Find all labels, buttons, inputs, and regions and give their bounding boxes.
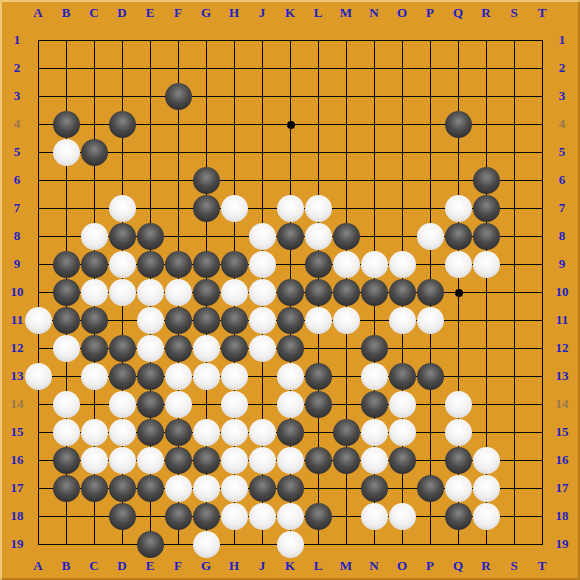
intersection[interactable] (472, 474, 500, 502)
intersection[interactable] (472, 54, 500, 82)
intersection[interactable] (388, 250, 416, 278)
intersection[interactable] (52, 194, 80, 222)
intersection[interactable] (192, 110, 220, 138)
intersection[interactable] (332, 334, 360, 362)
intersection[interactable] (276, 278, 304, 306)
intersection[interactable] (500, 362, 528, 390)
intersection[interactable] (304, 250, 332, 278)
intersection[interactable] (248, 82, 276, 110)
intersection[interactable] (220, 194, 248, 222)
intersection[interactable] (80, 166, 108, 194)
intersection[interactable] (108, 418, 136, 446)
intersection[interactable] (304, 26, 332, 54)
intersection[interactable] (444, 362, 472, 390)
intersection[interactable] (108, 166, 136, 194)
intersection[interactable] (416, 138, 444, 166)
intersection[interactable] (444, 110, 472, 138)
intersection[interactable] (360, 502, 388, 530)
intersection[interactable] (472, 390, 500, 418)
intersection[interactable] (248, 54, 276, 82)
intersection[interactable] (108, 334, 136, 362)
intersection[interactable] (136, 194, 164, 222)
intersection[interactable] (360, 390, 388, 418)
intersection[interactable] (80, 502, 108, 530)
intersection[interactable] (220, 166, 248, 194)
intersection[interactable] (248, 306, 276, 334)
intersection[interactable] (80, 250, 108, 278)
intersection[interactable] (52, 250, 80, 278)
intersection[interactable] (80, 446, 108, 474)
intersection[interactable] (388, 474, 416, 502)
intersection[interactable] (416, 250, 444, 278)
intersection[interactable] (108, 278, 136, 306)
intersection[interactable] (164, 306, 192, 334)
intersection[interactable] (220, 54, 248, 82)
intersection[interactable] (108, 110, 136, 138)
intersection[interactable] (52, 26, 80, 54)
intersection[interactable] (192, 390, 220, 418)
intersection[interactable] (304, 474, 332, 502)
intersection[interactable] (276, 26, 304, 54)
intersection[interactable] (220, 250, 248, 278)
intersection[interactable] (136, 54, 164, 82)
intersection[interactable] (416, 362, 444, 390)
intersection[interactable] (80, 390, 108, 418)
intersection[interactable] (500, 82, 528, 110)
intersection[interactable] (332, 474, 360, 502)
intersection[interactable] (444, 418, 472, 446)
intersection[interactable] (192, 26, 220, 54)
intersection[interactable] (136, 418, 164, 446)
intersection[interactable] (276, 446, 304, 474)
intersection[interactable] (108, 250, 136, 278)
intersection[interactable] (248, 194, 276, 222)
intersection[interactable] (248, 26, 276, 54)
intersection[interactable] (472, 138, 500, 166)
intersection[interactable] (500, 502, 528, 530)
intersection[interactable] (80, 362, 108, 390)
intersection[interactable] (80, 334, 108, 362)
intersection[interactable] (472, 194, 500, 222)
intersection[interactable] (276, 502, 304, 530)
intersection[interactable] (388, 530, 416, 558)
intersection[interactable] (108, 390, 136, 418)
intersection[interactable] (388, 26, 416, 54)
intersection[interactable] (136, 306, 164, 334)
intersection[interactable] (416, 502, 444, 530)
intersection[interactable] (276, 390, 304, 418)
intersection[interactable] (164, 54, 192, 82)
intersection[interactable] (80, 82, 108, 110)
intersection[interactable] (472, 110, 500, 138)
intersection[interactable] (276, 362, 304, 390)
intersection[interactable] (108, 138, 136, 166)
intersection[interactable] (388, 278, 416, 306)
intersection[interactable] (500, 110, 528, 138)
intersection[interactable] (416, 530, 444, 558)
intersection[interactable] (52, 278, 80, 306)
intersection[interactable] (332, 54, 360, 82)
intersection[interactable] (416, 166, 444, 194)
intersection[interactable] (276, 54, 304, 82)
intersection[interactable] (388, 390, 416, 418)
intersection[interactable] (388, 166, 416, 194)
intersection[interactable] (220, 82, 248, 110)
intersection[interactable] (80, 26, 108, 54)
intersection[interactable] (108, 306, 136, 334)
intersection[interactable] (304, 278, 332, 306)
intersection[interactable] (192, 334, 220, 362)
intersection[interactable] (248, 390, 276, 418)
intersection[interactable] (52, 110, 80, 138)
intersection[interactable] (472, 362, 500, 390)
intersection[interactable] (472, 502, 500, 530)
intersection[interactable] (416, 390, 444, 418)
intersection[interactable] (500, 222, 528, 250)
intersection[interactable] (276, 306, 304, 334)
intersection[interactable] (416, 222, 444, 250)
intersection[interactable] (444, 250, 472, 278)
intersection[interactable] (388, 54, 416, 82)
intersection[interactable] (332, 278, 360, 306)
intersection[interactable] (164, 390, 192, 418)
intersection[interactable] (276, 138, 304, 166)
intersection[interactable] (332, 418, 360, 446)
intersection[interactable] (472, 446, 500, 474)
intersection[interactable] (304, 82, 332, 110)
intersection[interactable] (304, 54, 332, 82)
intersection[interactable] (416, 418, 444, 446)
intersection[interactable] (80, 194, 108, 222)
intersection[interactable] (416, 334, 444, 362)
intersection[interactable] (192, 250, 220, 278)
intersection[interactable] (80, 138, 108, 166)
intersection[interactable] (304, 418, 332, 446)
intersection[interactable] (500, 54, 528, 82)
intersection[interactable] (220, 502, 248, 530)
intersection[interactable] (304, 138, 332, 166)
intersection[interactable] (332, 446, 360, 474)
intersection[interactable] (248, 418, 276, 446)
intersection[interactable] (360, 222, 388, 250)
intersection[interactable] (108, 26, 136, 54)
intersection[interactable] (136, 82, 164, 110)
intersection[interactable] (416, 306, 444, 334)
intersection[interactable] (108, 54, 136, 82)
intersection[interactable] (416, 278, 444, 306)
intersection[interactable] (332, 194, 360, 222)
intersection[interactable] (164, 418, 192, 446)
intersection[interactable] (360, 418, 388, 446)
intersection[interactable] (444, 334, 472, 362)
intersection[interactable] (332, 110, 360, 138)
intersection[interactable] (80, 418, 108, 446)
intersection[interactable] (192, 530, 220, 558)
intersection[interactable] (192, 166, 220, 194)
intersection[interactable] (332, 362, 360, 390)
intersection[interactable] (360, 530, 388, 558)
intersection[interactable] (444, 26, 472, 54)
intersection[interactable] (360, 474, 388, 502)
intersection[interactable] (164, 250, 192, 278)
intersection[interactable] (500, 474, 528, 502)
intersection[interactable] (500, 138, 528, 166)
intersection[interactable] (500, 418, 528, 446)
intersection[interactable] (472, 278, 500, 306)
intersection[interactable] (164, 138, 192, 166)
intersection[interactable] (136, 334, 164, 362)
intersection[interactable] (52, 306, 80, 334)
intersection[interactable] (164, 446, 192, 474)
intersection[interactable] (248, 362, 276, 390)
intersection[interactable] (248, 446, 276, 474)
intersection[interactable] (304, 446, 332, 474)
intersection[interactable] (360, 278, 388, 306)
intersection[interactable] (444, 502, 472, 530)
intersection[interactable] (136, 110, 164, 138)
intersection[interactable] (80, 222, 108, 250)
intersection[interactable] (136, 474, 164, 502)
intersection[interactable] (360, 54, 388, 82)
intersection[interactable] (276, 418, 304, 446)
intersection[interactable] (220, 222, 248, 250)
intersection[interactable] (164, 222, 192, 250)
intersection[interactable] (388, 306, 416, 334)
intersection[interactable] (52, 334, 80, 362)
intersection[interactable] (360, 306, 388, 334)
intersection[interactable] (192, 278, 220, 306)
intersection[interactable] (248, 474, 276, 502)
intersection[interactable] (332, 250, 360, 278)
intersection[interactable] (248, 222, 276, 250)
intersection[interactable] (304, 502, 332, 530)
intersection[interactable] (360, 138, 388, 166)
intersection[interactable] (80, 54, 108, 82)
intersection[interactable] (108, 82, 136, 110)
intersection[interactable] (444, 82, 472, 110)
intersection[interactable] (360, 446, 388, 474)
intersection[interactable] (220, 306, 248, 334)
intersection[interactable] (388, 446, 416, 474)
intersection[interactable] (220, 110, 248, 138)
intersection[interactable] (108, 446, 136, 474)
intersection[interactable] (444, 138, 472, 166)
intersection[interactable] (80, 306, 108, 334)
intersection[interactable] (108, 362, 136, 390)
intersection[interactable] (388, 334, 416, 362)
intersection[interactable] (332, 166, 360, 194)
intersection[interactable] (416, 26, 444, 54)
intersection[interactable] (388, 222, 416, 250)
intersection[interactable] (332, 138, 360, 166)
intersection[interactable] (52, 418, 80, 446)
intersection[interactable] (472, 250, 500, 278)
intersection[interactable] (360, 82, 388, 110)
intersection[interactable] (276, 222, 304, 250)
intersection[interactable] (52, 82, 80, 110)
intersection[interactable] (192, 306, 220, 334)
intersection[interactable] (360, 194, 388, 222)
intersection[interactable] (80, 110, 108, 138)
intersection[interactable] (52, 474, 80, 502)
intersection[interactable] (220, 418, 248, 446)
intersection[interactable] (52, 166, 80, 194)
intersection[interactable] (108, 474, 136, 502)
intersection[interactable] (108, 530, 136, 558)
intersection[interactable] (304, 390, 332, 418)
intersection[interactable] (108, 502, 136, 530)
intersection[interactable] (304, 166, 332, 194)
intersection[interactable] (192, 138, 220, 166)
intersection[interactable] (472, 82, 500, 110)
intersection[interactable] (304, 306, 332, 334)
intersection[interactable] (192, 502, 220, 530)
intersection[interactable] (136, 390, 164, 418)
intersection[interactable] (472, 26, 500, 54)
intersection[interactable] (444, 194, 472, 222)
intersection[interactable] (220, 474, 248, 502)
intersection[interactable] (388, 110, 416, 138)
intersection[interactable] (136, 250, 164, 278)
intersection[interactable] (500, 166, 528, 194)
intersection[interactable] (220, 390, 248, 418)
intersection[interactable] (360, 250, 388, 278)
intersection[interactable] (416, 82, 444, 110)
intersection[interactable] (332, 390, 360, 418)
intersection[interactable] (164, 334, 192, 362)
intersection[interactable] (136, 502, 164, 530)
intersection[interactable] (360, 26, 388, 54)
intersection[interactable] (304, 222, 332, 250)
intersection[interactable] (444, 54, 472, 82)
intersection[interactable] (388, 138, 416, 166)
intersection[interactable] (248, 334, 276, 362)
intersection[interactable] (304, 110, 332, 138)
intersection[interactable] (248, 530, 276, 558)
intersection[interactable] (164, 278, 192, 306)
intersection[interactable] (52, 362, 80, 390)
intersection[interactable] (192, 474, 220, 502)
intersection[interactable] (388, 194, 416, 222)
intersection[interactable] (108, 194, 136, 222)
intersection[interactable] (220, 138, 248, 166)
intersection[interactable] (164, 474, 192, 502)
intersection[interactable] (136, 138, 164, 166)
intersection[interactable] (136, 26, 164, 54)
intersection[interactable] (52, 54, 80, 82)
intersection[interactable] (248, 250, 276, 278)
intersection[interactable] (444, 222, 472, 250)
intersection[interactable] (80, 474, 108, 502)
intersection[interactable] (248, 110, 276, 138)
intersection[interactable] (164, 82, 192, 110)
intersection[interactable] (80, 530, 108, 558)
intersection[interactable] (360, 334, 388, 362)
intersection[interactable] (192, 222, 220, 250)
intersection[interactable] (472, 306, 500, 334)
intersection[interactable] (472, 530, 500, 558)
intersection[interactable] (136, 530, 164, 558)
intersection[interactable] (472, 166, 500, 194)
intersection[interactable] (304, 530, 332, 558)
intersection[interactable] (388, 418, 416, 446)
intersection[interactable] (136, 446, 164, 474)
intersection[interactable] (220, 446, 248, 474)
intersection[interactable] (500, 26, 528, 54)
intersection[interactable] (444, 306, 472, 334)
intersection[interactable] (444, 446, 472, 474)
intersection[interactable] (332, 222, 360, 250)
intersection[interactable] (332, 502, 360, 530)
intersection[interactable] (248, 138, 276, 166)
intersection[interactable] (304, 334, 332, 362)
intersection[interactable] (164, 166, 192, 194)
intersection[interactable] (276, 82, 304, 110)
intersection[interactable] (360, 166, 388, 194)
intersection[interactable] (220, 362, 248, 390)
intersection[interactable] (276, 474, 304, 502)
intersection[interactable] (416, 446, 444, 474)
intersection[interactable] (192, 82, 220, 110)
intersection[interactable] (136, 222, 164, 250)
intersection[interactable] (472, 418, 500, 446)
intersection[interactable] (220, 334, 248, 362)
intersection[interactable] (164, 362, 192, 390)
intersection[interactable] (304, 362, 332, 390)
intersection[interactable] (220, 278, 248, 306)
intersection[interactable] (360, 110, 388, 138)
intersection[interactable] (80, 278, 108, 306)
intersection[interactable] (164, 110, 192, 138)
intersection[interactable] (192, 362, 220, 390)
intersection[interactable] (192, 54, 220, 82)
intersection[interactable] (108, 222, 136, 250)
intersection[interactable] (276, 530, 304, 558)
intersection[interactable] (164, 530, 192, 558)
intersection[interactable] (136, 166, 164, 194)
intersection[interactable] (220, 530, 248, 558)
intersection[interactable] (500, 446, 528, 474)
intersection[interactable] (500, 250, 528, 278)
intersection[interactable] (304, 194, 332, 222)
intersection[interactable] (416, 110, 444, 138)
intersection[interactable] (192, 194, 220, 222)
intersection[interactable] (248, 502, 276, 530)
intersection[interactable] (276, 334, 304, 362)
intersection[interactable] (500, 306, 528, 334)
intersection[interactable] (472, 222, 500, 250)
intersection[interactable] (416, 54, 444, 82)
intersection[interactable] (136, 362, 164, 390)
intersection[interactable] (52, 222, 80, 250)
intersection[interactable] (444, 390, 472, 418)
intersection[interactable] (444, 530, 472, 558)
intersection[interactable] (500, 530, 528, 558)
intersection[interactable] (220, 26, 248, 54)
intersection[interactable] (332, 82, 360, 110)
intersection[interactable] (52, 390, 80, 418)
intersection[interactable] (332, 26, 360, 54)
intersection[interactable] (192, 446, 220, 474)
intersection[interactable] (500, 278, 528, 306)
intersection[interactable] (136, 278, 164, 306)
intersection[interactable] (52, 446, 80, 474)
intersection[interactable] (52, 502, 80, 530)
intersection[interactable] (388, 82, 416, 110)
intersection[interactable] (360, 362, 388, 390)
intersection[interactable] (444, 166, 472, 194)
intersection[interactable] (388, 362, 416, 390)
